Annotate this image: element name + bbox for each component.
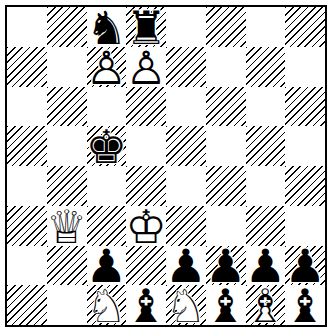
square-e5[interactable] <box>166 126 206 166</box>
square-b3[interactable]: ♛♕ <box>47 206 87 246</box>
piece-backing-white-knight: ♞ <box>87 286 127 326</box>
square-h2[interactable]: ♟♟ <box>285 246 325 286</box>
square-d2[interactable] <box>126 246 166 286</box>
piece-backing-black-pawn: ♟ <box>87 247 127 287</box>
piece-black-bishop: ♝ <box>206 286 246 326</box>
piece-backing-black-knight: ♞ <box>87 8 127 48</box>
square-b8[interactable] <box>47 7 87 47</box>
piece-backing-white-pawn: ♟ <box>126 48 166 88</box>
piece-backing-black-pawn: ♟ <box>206 247 246 287</box>
chess-diagram-page: ♞♞♜♜♟♙♟♙♚♚♛♕♚♔♟♟♟♟♟♟♟♟♟♟♞♘♝♝♞♘♝♝♝♗♝♝ <box>0 0 332 332</box>
square-b1[interactable] <box>47 285 87 325</box>
square-d6[interactable] <box>126 87 166 127</box>
piece-black-bishop: ♝ <box>126 286 166 326</box>
square-h7[interactable] <box>285 47 325 87</box>
piece-backing-white-knight: ♞ <box>166 286 206 326</box>
square-b5[interactable] <box>47 126 87 166</box>
piece-black-knight: ♞ <box>87 8 127 48</box>
square-d1[interactable]: ♝♝ <box>126 285 166 325</box>
piece-white-knight: ♘ <box>166 286 206 326</box>
square-f5[interactable] <box>206 126 246 166</box>
piece-backing-black-bishop: ♝ <box>126 286 166 326</box>
square-c5[interactable]: ♚♚ <box>87 126 127 166</box>
square-b6[interactable] <box>47 87 87 127</box>
piece-black-rook: ♜ <box>126 8 166 48</box>
piece-white-king: ♔ <box>126 207 166 247</box>
square-g6[interactable] <box>246 87 286 127</box>
piece-black-pawn: ♟ <box>246 247 286 287</box>
square-c1[interactable]: ♞♘ <box>87 285 127 325</box>
square-g7[interactable] <box>246 47 286 87</box>
piece-white-pawn: ♙ <box>87 48 127 88</box>
square-e6[interactable] <box>166 87 206 127</box>
square-f6[interactable] <box>206 87 246 127</box>
square-e7[interactable] <box>166 47 206 87</box>
square-f4[interactable] <box>206 166 246 206</box>
square-e3[interactable] <box>166 206 206 246</box>
square-d5[interactable] <box>126 126 166 166</box>
square-a8[interactable] <box>7 7 47 47</box>
square-h1[interactable]: ♝♝ <box>285 285 325 325</box>
square-f1[interactable]: ♝♝ <box>206 285 246 325</box>
square-e4[interactable] <box>166 166 206 206</box>
piece-backing-black-bishop: ♝ <box>206 286 246 326</box>
square-f7[interactable] <box>206 47 246 87</box>
square-g3[interactable] <box>246 206 286 246</box>
square-h5[interactable] <box>285 126 325 166</box>
square-h8[interactable] <box>285 7 325 47</box>
piece-backing-black-pawn: ♟ <box>246 247 286 287</box>
piece-backing-black-bishop: ♝ <box>285 286 325 326</box>
piece-backing-white-queen: ♛ <box>47 207 87 247</box>
square-f2[interactable]: ♟♟ <box>206 246 246 286</box>
square-a5[interactable] <box>7 126 47 166</box>
square-f8[interactable] <box>206 7 246 47</box>
square-a6[interactable] <box>7 87 47 127</box>
square-g8[interactable] <box>246 7 286 47</box>
square-c4[interactable] <box>87 166 127 206</box>
square-h4[interactable] <box>285 166 325 206</box>
square-e1[interactable]: ♞♘ <box>166 285 206 325</box>
square-h3[interactable] <box>285 206 325 246</box>
square-c7[interactable]: ♟♙ <box>87 47 127 87</box>
piece-white-queen: ♕ <box>47 207 87 247</box>
square-g4[interactable] <box>246 166 286 206</box>
piece-black-pawn: ♟ <box>285 247 325 287</box>
piece-backing-white-king: ♚ <box>126 207 166 247</box>
piece-backing-white-pawn: ♟ <box>87 48 127 88</box>
square-h6[interactable] <box>285 87 325 127</box>
piece-black-pawn: ♟ <box>87 247 127 287</box>
chess-board: ♞♞♜♜♟♙♟♙♚♚♛♕♚♔♟♟♟♟♟♟♟♟♟♟♞♘♝♝♞♘♝♝♝♗♝♝ <box>7 7 325 325</box>
square-b2[interactable] <box>47 246 87 286</box>
square-g5[interactable] <box>246 126 286 166</box>
square-a2[interactable] <box>7 246 47 286</box>
piece-backing-white-bishop: ♝ <box>246 286 286 326</box>
piece-backing-black-pawn: ♟ <box>285 247 325 287</box>
square-c3[interactable] <box>87 206 127 246</box>
square-d3[interactable]: ♚♔ <box>126 206 166 246</box>
piece-white-bishop: ♗ <box>246 286 286 326</box>
piece-black-bishop: ♝ <box>285 286 325 326</box>
piece-backing-black-pawn: ♟ <box>166 247 206 287</box>
square-c6[interactable] <box>87 87 127 127</box>
square-g1[interactable]: ♝♗ <box>246 285 286 325</box>
square-e8[interactable] <box>166 7 206 47</box>
square-d8[interactable]: ♜♜ <box>126 7 166 47</box>
square-g2[interactable]: ♟♟ <box>246 246 286 286</box>
piece-white-knight: ♘ <box>87 286 127 326</box>
piece-backing-black-king: ♚ <box>87 127 127 167</box>
square-b4[interactable] <box>47 166 87 206</box>
chess-board-frame: ♞♞♜♜♟♙♟♙♚♚♛♕♚♔♟♟♟♟♟♟♟♟♟♟♞♘♝♝♞♘♝♝♝♗♝♝ <box>5 5 327 327</box>
piece-black-pawn: ♟ <box>206 247 246 287</box>
square-a3[interactable] <box>7 206 47 246</box>
square-b7[interactable] <box>47 47 87 87</box>
piece-black-pawn: ♟ <box>166 247 206 287</box>
square-c8[interactable]: ♞♞ <box>87 7 127 47</box>
square-a4[interactable] <box>7 166 47 206</box>
piece-backing-black-rook: ♜ <box>126 8 166 48</box>
square-f3[interactable] <box>206 206 246 246</box>
piece-black-king: ♚ <box>87 127 127 167</box>
piece-white-pawn: ♙ <box>126 48 166 88</box>
square-d7[interactable]: ♟♙ <box>126 47 166 87</box>
square-a7[interactable] <box>7 47 47 87</box>
square-c2[interactable]: ♟♟ <box>87 246 127 286</box>
square-a1[interactable] <box>7 285 47 325</box>
square-e2[interactable]: ♟♟ <box>166 246 206 286</box>
square-d4[interactable] <box>126 166 166 206</box>
